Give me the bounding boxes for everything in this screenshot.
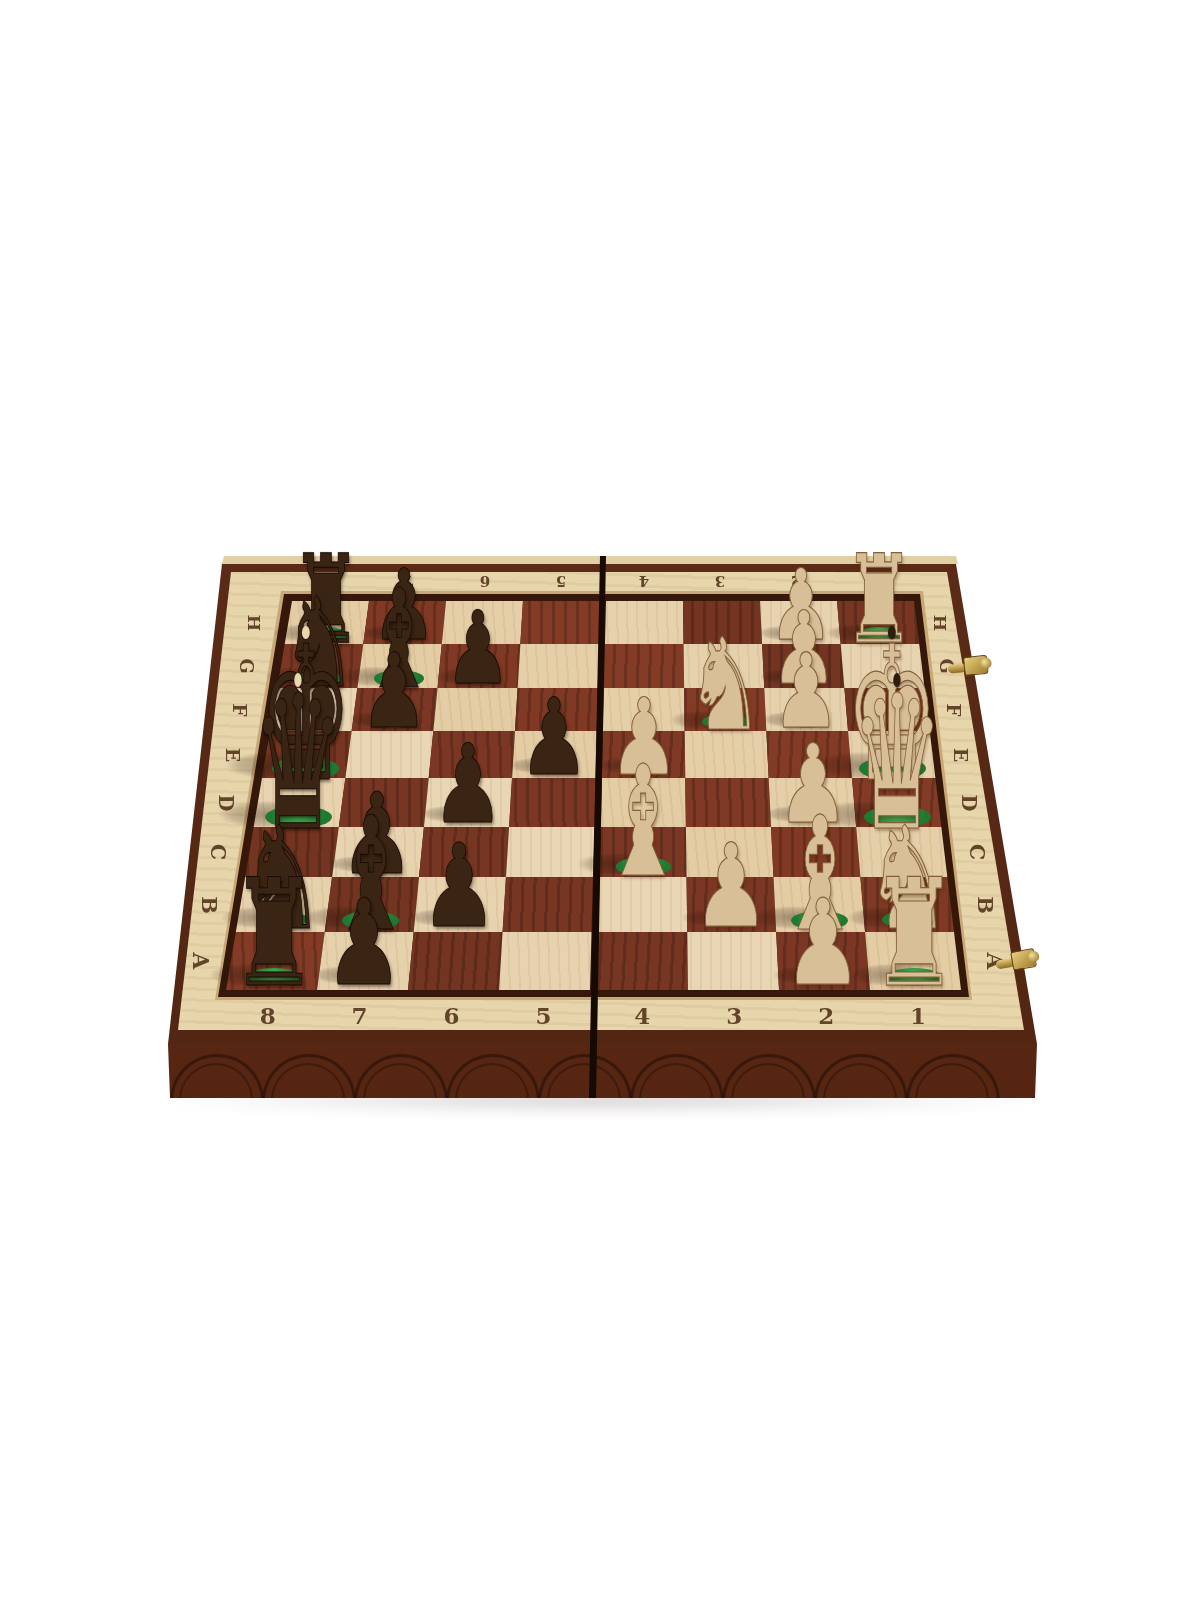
rank-label-near-5: 5 — [523, 995, 563, 1035]
finial-tip — [889, 626, 897, 640]
rank-label-near-6: 6 — [432, 995, 472, 1035]
rank-label-near-4: 4 — [622, 995, 662, 1035]
file-label-right-E: E — [941, 735, 981, 775]
rook-glyph: ♜ — [230, 860, 318, 1009]
brass-latch-icon[interactable] — [950, 646, 1000, 691]
pawn-glyph: ♟ — [445, 599, 512, 700]
finial-tip — [894, 673, 901, 686]
pawn-glyph: ♟ — [359, 640, 428, 743]
finial-tip — [294, 673, 301, 686]
rook-glyph: ♜ — [870, 860, 958, 1009]
file-label-right-C: C — [957, 832, 997, 872]
product-photo: 8877665544332211HHGGFFEEDDCCBBAA♜♜♟♟♞♝♟♟… — [0, 0, 1200, 1600]
rank-label-far-4: 4 — [624, 561, 664, 601]
rank-label-near-3: 3 — [714, 995, 754, 1035]
rank-label-far-3: 3 — [700, 561, 740, 601]
pawn-glyph: ♟ — [519, 684, 589, 790]
pawn-glyph: ♟ — [421, 829, 498, 945]
brass-latch-icon[interactable] — [997, 938, 1049, 985]
file-label-right-B: B — [966, 885, 1006, 925]
pawn-glyph: ♟ — [325, 883, 404, 1002]
knight-glyph: ♞ — [686, 622, 764, 749]
hinge-seam — [0, 0, 1200, 1600]
rank-label-far-5: 5 — [541, 561, 581, 601]
pawn-glyph: ♟ — [693, 829, 770, 945]
finial-tip — [302, 626, 310, 640]
latch-knob — [980, 657, 992, 669]
pawn-glyph: ♟ — [784, 883, 863, 1002]
file-label-right-D: D — [949, 783, 989, 823]
bishop-glyph: ♝ — [602, 746, 684, 899]
